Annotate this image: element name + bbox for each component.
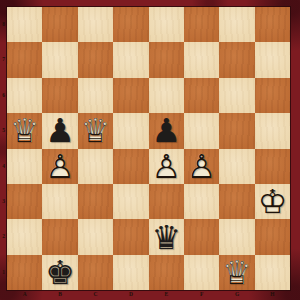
square-g7[interactable]	[219, 42, 254, 77]
file-label-a: A	[7, 291, 42, 300]
square-b6[interactable]	[42, 78, 77, 113]
black-pawn-icon: ♟	[149, 113, 184, 148]
square-g5[interactable]	[219, 113, 254, 148]
file-label-g: G	[219, 291, 254, 300]
square-c4[interactable]	[78, 149, 113, 184]
piece-white-queen-a5[interactable]: ♛♕	[7, 113, 42, 148]
square-d6[interactable]	[113, 78, 148, 113]
white-pawn-outline-icon: ♙	[149, 149, 184, 184]
square-h4[interactable]	[255, 149, 290, 184]
rank-label-3: 3	[0, 184, 7, 219]
square-e7[interactable]	[149, 42, 184, 77]
file-label-d: D	[113, 291, 148, 300]
white-king-outline-icon: ♔	[255, 184, 290, 219]
square-b3[interactable]	[42, 184, 77, 219]
square-h6[interactable]	[255, 78, 290, 113]
square-e5[interactable]: ♟	[149, 113, 184, 148]
square-f7[interactable]	[184, 42, 219, 77]
square-h7[interactable]	[255, 42, 290, 77]
square-d1[interactable]	[113, 255, 148, 290]
square-h3[interactable]: ♚♔	[255, 184, 290, 219]
square-c7[interactable]	[78, 42, 113, 77]
rank-label-7: 7	[0, 42, 7, 77]
white-queen-outline-icon: ♕	[78, 113, 113, 148]
rank-label-6: 6	[0, 78, 7, 113]
square-f4[interactable]: ♟♙	[184, 149, 219, 184]
square-g4[interactable]	[219, 149, 254, 184]
square-c5[interactable]: ♛♕	[78, 113, 113, 148]
white-queen-outline-icon: ♕	[219, 255, 254, 290]
square-a7[interactable]	[7, 42, 42, 77]
rank-label-4: 4	[0, 149, 7, 184]
square-d2[interactable]	[113, 219, 148, 254]
white-queen-outline-icon: ♕	[7, 113, 42, 148]
square-h5[interactable]	[255, 113, 290, 148]
square-b2[interactable]	[42, 219, 77, 254]
file-label-b: B	[42, 291, 77, 300]
black-queen-icon: ♛	[149, 219, 184, 254]
black-pawn-icon: ♟	[42, 113, 77, 148]
file-label-e: E	[149, 291, 184, 300]
square-e8[interactable]	[149, 7, 184, 42]
piece-white-queen-c5[interactable]: ♛♕	[78, 113, 113, 148]
piece-white-pawn-f4[interactable]: ♟♙	[184, 149, 219, 184]
square-e3[interactable]	[149, 184, 184, 219]
chess-diagram: ♛♕♟♛♕♟♟♙♟♙♟♙♚♔♛♚♛♕ 87654321ABCDEFGH	[0, 0, 300, 300]
piece-black-pawn-b5[interactable]: ♟	[42, 113, 77, 148]
square-e1[interactable]	[149, 255, 184, 290]
square-e2[interactable]: ♛	[149, 219, 184, 254]
white-pawn-outline-icon: ♙	[42, 149, 77, 184]
square-d5[interactable]	[113, 113, 148, 148]
black-king-icon: ♚	[42, 255, 77, 290]
square-h8[interactable]	[255, 7, 290, 42]
square-d3[interactable]	[113, 184, 148, 219]
square-b4[interactable]: ♟♙	[42, 149, 77, 184]
square-b7[interactable]	[42, 42, 77, 77]
square-f8[interactable]	[184, 7, 219, 42]
square-f3[interactable]	[184, 184, 219, 219]
square-h1[interactable]	[255, 255, 290, 290]
piece-white-pawn-e4[interactable]: ♟♙	[149, 149, 184, 184]
square-a6[interactable]	[7, 78, 42, 113]
square-g8[interactable]	[219, 7, 254, 42]
square-a8[interactable]	[7, 7, 42, 42]
rank-label-8: 8	[0, 7, 7, 42]
piece-white-pawn-b4[interactable]: ♟♙	[42, 149, 77, 184]
file-label-c: C	[78, 291, 113, 300]
square-g6[interactable]	[219, 78, 254, 113]
square-b1[interactable]: ♚	[42, 255, 77, 290]
square-a3[interactable]	[7, 184, 42, 219]
square-c1[interactable]	[78, 255, 113, 290]
square-b8[interactable]	[42, 7, 77, 42]
square-a5[interactable]: ♛♕	[7, 113, 42, 148]
square-g1[interactable]: ♛♕	[219, 255, 254, 290]
square-f2[interactable]	[184, 219, 219, 254]
square-a2[interactable]	[7, 219, 42, 254]
square-e6[interactable]	[149, 78, 184, 113]
piece-white-queen-g1[interactable]: ♛♕	[219, 255, 254, 290]
square-f6[interactable]	[184, 78, 219, 113]
square-h2[interactable]	[255, 219, 290, 254]
file-label-h: H	[255, 291, 290, 300]
white-pawn-outline-icon: ♙	[184, 149, 219, 184]
square-d8[interactable]	[113, 7, 148, 42]
rank-label-5: 5	[0, 113, 7, 148]
chess-board: ♛♕♟♛♕♟♟♙♟♙♟♙♚♔♛♚♛♕	[7, 7, 290, 290]
square-f5[interactable]	[184, 113, 219, 148]
square-b5[interactable]: ♟	[42, 113, 77, 148]
square-c6[interactable]	[78, 78, 113, 113]
rank-label-1: 1	[0, 255, 7, 290]
piece-white-king-h3[interactable]: ♚♔	[255, 184, 290, 219]
file-label-f: F	[184, 291, 219, 300]
square-f1[interactable]	[184, 255, 219, 290]
square-a1[interactable]	[7, 255, 42, 290]
piece-black-queen-e2[interactable]: ♛	[149, 219, 184, 254]
square-c8[interactable]	[78, 7, 113, 42]
square-g2[interactable]	[219, 219, 254, 254]
rank-label-2: 2	[0, 219, 7, 254]
square-a4[interactable]	[7, 149, 42, 184]
square-d7[interactable]	[113, 42, 148, 77]
square-c2[interactable]	[78, 219, 113, 254]
piece-black-pawn-e5[interactable]: ♟	[149, 113, 184, 148]
square-d4[interactable]	[113, 149, 148, 184]
piece-black-king-b1[interactable]: ♚	[42, 255, 77, 290]
square-c3[interactable]	[78, 184, 113, 219]
square-e4[interactable]: ♟♙	[149, 149, 184, 184]
square-g3[interactable]	[219, 184, 254, 219]
